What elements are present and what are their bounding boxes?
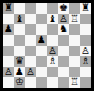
square-b1[interactable]: ♔ xyxy=(14,77,25,88)
piece-white-rook: ♖ xyxy=(70,77,79,88)
piece-white-pawn: ♙ xyxy=(59,14,68,25)
square-g5[interactable] xyxy=(69,35,80,46)
square-a7[interactable] xyxy=(3,14,14,25)
piece-black-pawn: ♟ xyxy=(37,35,46,46)
chess-diagram-frame: ♜♚♜♝♝♙♖♟♞♟♙♙♛♗♗♙♟♙♔♖ xyxy=(0,0,94,91)
piece-white-bishop: ♗ xyxy=(48,56,57,67)
square-c4[interactable] xyxy=(25,46,36,57)
square-f7[interactable]: ♙ xyxy=(58,14,69,25)
square-e2[interactable] xyxy=(47,67,58,78)
square-d4[interactable] xyxy=(36,46,47,57)
piece-white-pawn: ♙ xyxy=(81,46,90,57)
square-d7[interactable] xyxy=(36,14,47,25)
square-h5[interactable] xyxy=(80,35,91,46)
square-h3[interactable]: ♗ xyxy=(80,56,91,67)
square-a3[interactable] xyxy=(3,56,14,67)
square-g2[interactable] xyxy=(69,67,80,78)
chess-board: ♜♚♜♝♝♙♖♟♞♟♙♙♛♗♗♙♟♙♔♖ xyxy=(3,3,91,88)
square-g6[interactable] xyxy=(69,24,80,35)
square-g3[interactable] xyxy=(69,56,80,67)
piece-black-queen: ♛ xyxy=(15,56,24,67)
piece-black-knight: ♞ xyxy=(59,24,68,35)
piece-white-pawn: ♙ xyxy=(26,67,35,78)
square-a5[interactable] xyxy=(3,35,14,46)
square-e5[interactable] xyxy=(47,35,58,46)
square-c6[interactable] xyxy=(25,24,36,35)
square-d3[interactable] xyxy=(36,56,47,67)
square-f5[interactable] xyxy=(58,35,69,46)
square-d6[interactable] xyxy=(36,24,47,35)
square-c1[interactable] xyxy=(25,77,36,88)
square-f2[interactable] xyxy=(58,67,69,78)
piece-black-bishop: ♝ xyxy=(15,14,24,25)
piece-black-king: ♚ xyxy=(59,3,68,14)
square-e4[interactable]: ♙ xyxy=(47,46,58,57)
square-e6[interactable] xyxy=(47,24,58,35)
square-h7[interactable] xyxy=(80,14,91,25)
square-c7[interactable] xyxy=(25,14,36,25)
piece-black-bishop: ♝ xyxy=(48,14,57,25)
square-h6[interactable] xyxy=(80,24,91,35)
square-h8[interactable]: ♜ xyxy=(80,3,91,14)
square-c5[interactable] xyxy=(25,35,36,46)
square-b6[interactable] xyxy=(14,24,25,35)
piece-white-king: ♔ xyxy=(15,77,24,88)
square-h2[interactable] xyxy=(80,67,91,78)
square-e8[interactable] xyxy=(47,3,58,14)
square-g1[interactable]: ♖ xyxy=(69,77,80,88)
square-f8[interactable]: ♚ xyxy=(58,3,69,14)
square-f1[interactable] xyxy=(58,77,69,88)
square-d1[interactable] xyxy=(36,77,47,88)
square-a2[interactable]: ♙ xyxy=(3,67,14,78)
square-e7[interactable]: ♝ xyxy=(47,14,58,25)
square-d2[interactable] xyxy=(36,67,47,78)
piece-white-bishop: ♗ xyxy=(81,56,90,67)
square-c3[interactable] xyxy=(25,56,36,67)
square-b8[interactable] xyxy=(14,3,25,14)
square-c2[interactable]: ♙ xyxy=(25,67,36,78)
square-a8[interactable]: ♜ xyxy=(3,3,14,14)
square-b3[interactable]: ♛ xyxy=(14,56,25,67)
square-e3[interactable]: ♗ xyxy=(47,56,58,67)
piece-black-pawn: ♟ xyxy=(15,67,24,78)
piece-white-pawn: ♙ xyxy=(4,67,13,78)
square-g8[interactable] xyxy=(69,3,80,14)
square-d8[interactable] xyxy=(36,3,47,14)
square-h1[interactable] xyxy=(80,77,91,88)
square-a1[interactable] xyxy=(3,77,14,88)
square-b5[interactable] xyxy=(14,35,25,46)
piece-white-rook: ♖ xyxy=(70,14,79,25)
square-a4[interactable] xyxy=(3,46,14,57)
square-g4[interactable] xyxy=(69,46,80,57)
square-f4[interactable] xyxy=(58,46,69,57)
square-h4[interactable]: ♙ xyxy=(80,46,91,57)
piece-black-rook: ♜ xyxy=(4,3,13,14)
square-f6[interactable]: ♞ xyxy=(58,24,69,35)
square-b2[interactable]: ♟ xyxy=(14,67,25,78)
piece-black-rook: ♜ xyxy=(81,3,90,14)
square-a6[interactable]: ♟ xyxy=(3,24,14,35)
square-b7[interactable]: ♝ xyxy=(14,14,25,25)
square-e1[interactable] xyxy=(47,77,58,88)
square-c8[interactable] xyxy=(25,3,36,14)
piece-black-pawn: ♟ xyxy=(4,24,13,35)
square-d5[interactable]: ♟ xyxy=(36,35,47,46)
square-g7[interactable]: ♖ xyxy=(69,14,80,25)
square-f3[interactable] xyxy=(58,56,69,67)
square-b4[interactable] xyxy=(14,46,25,57)
piece-white-pawn: ♙ xyxy=(48,46,57,57)
